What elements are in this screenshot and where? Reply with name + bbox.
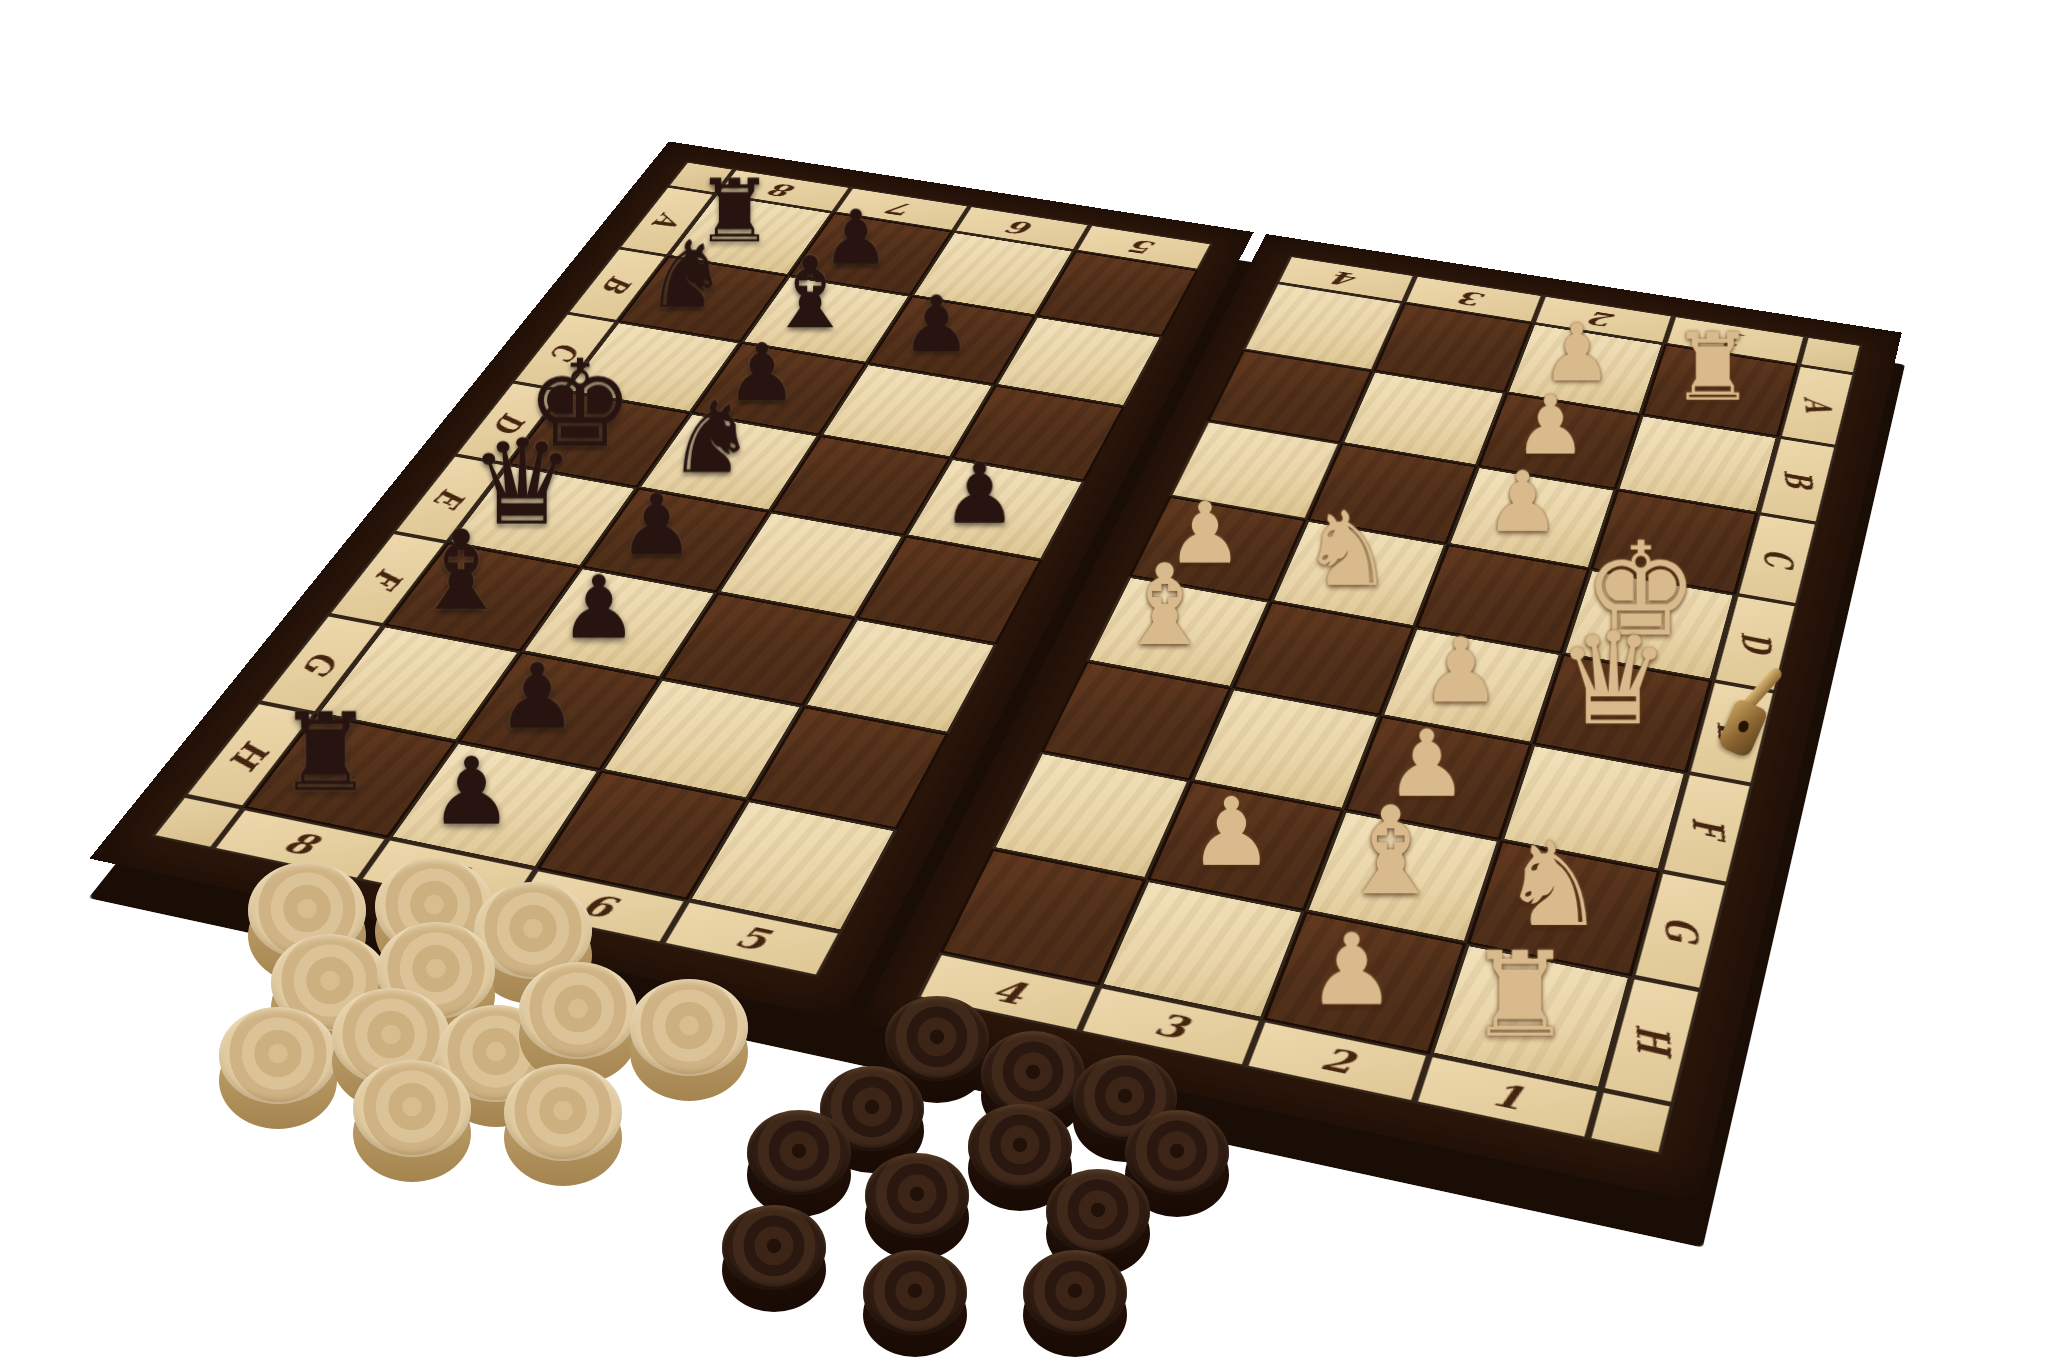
square-b5[interactable] xyxy=(995,316,1163,407)
far-label-7: 7 xyxy=(833,187,970,231)
white-rook[interactable]: ♜ xyxy=(1390,937,1649,1054)
checker-top xyxy=(865,1153,969,1238)
black-pawn[interactable]: ♟ xyxy=(351,745,592,838)
white-bishop[interactable]: ♝ xyxy=(1051,549,1278,661)
square-a3[interactable] xyxy=(1373,303,1533,393)
white-pawn[interactable]: ♟ xyxy=(1475,313,1679,392)
light-checker[interactable] xyxy=(504,1064,622,1161)
dark-checker[interactable] xyxy=(968,1104,1072,1189)
checker-top xyxy=(722,1205,826,1290)
square-a6[interactable] xyxy=(911,231,1075,316)
dark-checker[interactable] xyxy=(885,996,989,1081)
dark-checker[interactable] xyxy=(1046,1169,1150,1254)
left-letter-A: A xyxy=(618,186,716,256)
light-checker[interactable] xyxy=(219,1007,337,1104)
checker-top xyxy=(353,1060,471,1157)
square-b2[interactable]: ♟ xyxy=(1477,393,1641,490)
white-pawn[interactable]: ♟ xyxy=(1445,385,1656,466)
black-knight[interactable]: ♞ xyxy=(605,388,817,487)
far-label-5: 5 xyxy=(1075,224,1213,270)
black-pawn[interactable]: ♟ xyxy=(836,285,1038,363)
far-label-6: 6 xyxy=(953,205,1090,250)
far-label-2: 2 xyxy=(1533,295,1674,344)
far-label-3: 3 xyxy=(1404,275,1544,323)
checker-top xyxy=(747,1110,851,1195)
white-rook[interactable]: ♜ xyxy=(1610,321,1816,415)
strip-corner xyxy=(667,161,735,194)
light-checker[interactable] xyxy=(519,962,637,1059)
checker-top xyxy=(981,1031,1085,1116)
black-pawn[interactable]: ♟ xyxy=(872,452,1088,536)
checker-top xyxy=(863,1250,967,1335)
square-a4[interactable] xyxy=(1243,283,1404,371)
left-letter-B: B xyxy=(566,248,668,322)
black-rook[interactable]: ♜ xyxy=(638,168,831,256)
square-b8[interactable]: ♞ xyxy=(618,256,789,342)
square-b3[interactable] xyxy=(1341,371,1506,466)
far-label-8: 8 xyxy=(716,169,852,213)
square-c8[interactable] xyxy=(564,322,741,413)
far-label-1: 1 xyxy=(1664,315,1806,365)
dark-checker[interactable] xyxy=(1023,1250,1127,1335)
dark-checker[interactable] xyxy=(981,1031,1085,1116)
black-pawn[interactable]: ♟ xyxy=(421,651,654,741)
square-a8[interactable]: ♜ xyxy=(668,194,834,276)
square-a1[interactable]: ♜ xyxy=(1641,344,1798,437)
dark-checker[interactable] xyxy=(863,1250,967,1335)
light-checker[interactable] xyxy=(630,979,748,1076)
square-b6[interactable]: ♟ xyxy=(867,296,1036,385)
dark-checker[interactable] xyxy=(747,1110,851,1195)
chess-board: 8765A♜♟B♞♝♟C♟D♚♞♟E♛♟F♝♟G♟H♜♟8765 4321♟♜A… xyxy=(586,100,1586,1040)
square-b1[interactable] xyxy=(1616,415,1778,514)
checker-top xyxy=(219,1007,337,1104)
checker-top xyxy=(630,979,748,1076)
black-pawn[interactable]: ♟ xyxy=(659,333,865,413)
far-label-4: 4 xyxy=(1276,255,1415,302)
right-letter-A: A xyxy=(1779,365,1856,446)
square-c5[interactable] xyxy=(951,385,1125,481)
left-letter-C: C xyxy=(512,313,618,391)
dark-checker[interactable] xyxy=(722,1205,826,1290)
checker-top xyxy=(519,962,637,1059)
square-d8[interactable]: ♚ xyxy=(508,391,691,488)
square-d5[interactable]: ♟ xyxy=(905,458,1085,560)
black-pawn[interactable]: ♟ xyxy=(486,564,712,651)
black-pawn[interactable]: ♟ xyxy=(547,482,766,567)
square-a2[interactable]: ♟ xyxy=(1506,323,1665,414)
light-checker[interactable] xyxy=(353,1060,471,1157)
square-a7[interactable]: ♟ xyxy=(789,212,954,295)
square-b4[interactable] xyxy=(1207,350,1373,444)
checker-top xyxy=(1125,1110,1229,1195)
checker-top xyxy=(1023,1250,1127,1335)
checker-top xyxy=(504,1064,622,1161)
square-d3[interactable]: ♞ xyxy=(1271,520,1448,627)
dark-checker[interactable] xyxy=(865,1153,969,1238)
checker-top xyxy=(968,1104,1072,1189)
square-b7[interactable]: ♝ xyxy=(741,276,911,364)
square-a5[interactable] xyxy=(1036,251,1199,337)
checker-top xyxy=(885,996,989,1081)
black-bishop[interactable]: ♝ xyxy=(710,243,910,342)
checker-top xyxy=(1046,1169,1150,1254)
right-letter-B: B xyxy=(1758,437,1837,523)
square-d6[interactable] xyxy=(770,435,951,535)
black-king[interactable]: ♚ xyxy=(475,344,685,465)
square-d7[interactable]: ♞ xyxy=(638,413,820,512)
strip-corner xyxy=(1798,336,1862,374)
square-c6[interactable] xyxy=(820,363,995,458)
square-c7[interactable]: ♟ xyxy=(691,342,867,435)
black-pawn[interactable]: ♟ xyxy=(758,200,953,275)
stage: 8765A♜♟B♞♝♟C♟D♚♞♟E♛♟F♝♟G♟H♜♟8765 4321♟♜A… xyxy=(0,0,2048,1365)
left-letter-D: D xyxy=(454,382,564,465)
dark-checker[interactable] xyxy=(1125,1110,1229,1195)
